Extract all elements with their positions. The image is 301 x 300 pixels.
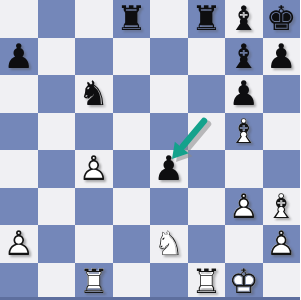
square-f4[interactable] — [188, 150, 226, 188]
piece-black-pawn[interactable]: ♟ — [263, 38, 301, 76]
chess-board: ♜♜♝♚♟♝♟♞♟♝♗♟♙♟♟♙♝♗♟♙♞♘♟♙♜♖♜♖♚♔ — [0, 0, 300, 300]
piece-glyph-fill: ♞ — [75, 75, 113, 113]
piece-glyph-fill: ♟ — [0, 38, 38, 76]
square-c1[interactable]: ♜♖ — [75, 263, 113, 300]
square-d4[interactable] — [113, 150, 151, 188]
square-h2[interactable]: ♟♙ — [263, 225, 301, 263]
square-h8[interactable]: ♚ — [263, 0, 301, 38]
square-g5[interactable]: ♝♗ — [225, 113, 263, 151]
square-g4[interactable] — [225, 150, 263, 188]
piece-glyph-outline: ♙ — [225, 188, 263, 226]
square-d2[interactable] — [113, 225, 151, 263]
piece-glyph-fill: ♜ — [188, 0, 226, 38]
square-b4[interactable] — [38, 150, 76, 188]
piece-glyph-fill: ♜ — [113, 0, 151, 38]
square-d8[interactable]: ♜ — [113, 0, 151, 38]
square-a6[interactable] — [0, 75, 38, 113]
square-a7[interactable]: ♟ — [0, 38, 38, 76]
square-b3[interactable] — [38, 188, 76, 226]
square-g6[interactable]: ♟ — [225, 75, 263, 113]
square-d3[interactable] — [113, 188, 151, 226]
square-b8[interactable] — [38, 0, 76, 38]
piece-white-pawn[interactable]: ♟♙ — [0, 225, 38, 263]
square-c6[interactable]: ♞ — [75, 75, 113, 113]
piece-glyph-fill: ♟ — [263, 38, 301, 76]
board-squares: ♜♜♝♚♟♝♟♞♟♝♗♟♙♟♟♙♝♗♟♙♞♘♟♙♜♖♜♖♚♔ — [0, 0, 300, 300]
square-d1[interactable] — [113, 263, 151, 300]
piece-glyph-outline: ♖ — [188, 263, 226, 300]
square-g8[interactable]: ♝ — [225, 0, 263, 38]
square-h3[interactable]: ♝♗ — [263, 188, 301, 226]
square-h6[interactable] — [263, 75, 301, 113]
square-e7[interactable] — [150, 38, 188, 76]
piece-black-rook[interactable]: ♜ — [113, 0, 151, 38]
square-h7[interactable]: ♟ — [263, 38, 301, 76]
piece-white-bishop[interactable]: ♝♗ — [225, 113, 263, 151]
square-b6[interactable] — [38, 75, 76, 113]
piece-black-pawn[interactable]: ♟ — [225, 75, 263, 113]
piece-white-king[interactable]: ♚♔ — [225, 263, 263, 300]
piece-black-pawn[interactable]: ♟ — [0, 38, 38, 76]
piece-glyph-fill: ♟ — [150, 150, 188, 188]
piece-glyph-outline: ♗ — [263, 188, 301, 226]
square-f3[interactable] — [188, 188, 226, 226]
square-f1[interactable]: ♜♖ — [188, 263, 226, 300]
square-c4[interactable]: ♟♙ — [75, 150, 113, 188]
piece-glyph-outline: ♙ — [75, 150, 113, 188]
piece-white-pawn[interactable]: ♟♙ — [75, 150, 113, 188]
square-g1[interactable]: ♚♔ — [225, 263, 263, 300]
piece-glyph-fill: ♝ — [225, 38, 263, 76]
square-f5[interactable] — [188, 113, 226, 151]
square-a2[interactable]: ♟♙ — [0, 225, 38, 263]
piece-glyph-outline: ♙ — [0, 225, 38, 263]
square-e4[interactable]: ♟ — [150, 150, 188, 188]
piece-white-pawn[interactable]: ♟♙ — [225, 188, 263, 226]
square-b5[interactable] — [38, 113, 76, 151]
square-e3[interactable] — [150, 188, 188, 226]
piece-white-bishop[interactable]: ♝♗ — [263, 188, 301, 226]
square-b7[interactable] — [38, 38, 76, 76]
square-h1[interactable] — [263, 263, 301, 300]
square-d5[interactable] — [113, 113, 151, 151]
piece-black-king[interactable]: ♚ — [263, 0, 301, 38]
piece-white-rook[interactable]: ♜♖ — [75, 263, 113, 300]
piece-black-rook[interactable]: ♜ — [188, 0, 226, 38]
piece-glyph-fill: ♟ — [225, 75, 263, 113]
square-a3[interactable] — [0, 188, 38, 226]
piece-glyph-fill: ♚ — [263, 0, 301, 38]
square-e1[interactable] — [150, 263, 188, 300]
square-c3[interactable] — [75, 188, 113, 226]
piece-glyph-outline: ♔ — [225, 263, 263, 300]
piece-black-pawn[interactable]: ♟ — [150, 150, 188, 188]
square-e2[interactable]: ♞♘ — [150, 225, 188, 263]
piece-glyph-outline: ♗ — [225, 113, 263, 151]
square-h5[interactable] — [263, 113, 301, 151]
square-c5[interactable] — [75, 113, 113, 151]
square-c2[interactable] — [75, 225, 113, 263]
square-a8[interactable] — [0, 0, 38, 38]
square-f2[interactable] — [188, 225, 226, 263]
piece-glyph-outline: ♘ — [150, 225, 188, 263]
square-g2[interactable] — [225, 225, 263, 263]
square-a5[interactable] — [0, 113, 38, 151]
piece-black-bishop[interactable]: ♝ — [225, 0, 263, 38]
piece-white-knight[interactable]: ♞♘ — [150, 225, 188, 263]
square-a4[interactable] — [0, 150, 38, 188]
square-g3[interactable]: ♟♙ — [225, 188, 263, 226]
square-b1[interactable] — [38, 263, 76, 300]
square-f6[interactable] — [188, 75, 226, 113]
piece-black-knight[interactable]: ♞ — [75, 75, 113, 113]
square-b2[interactable] — [38, 225, 76, 263]
square-e5[interactable] — [150, 113, 188, 151]
piece-black-bishop[interactable]: ♝ — [225, 38, 263, 76]
square-c8[interactable] — [75, 0, 113, 38]
piece-glyph-fill: ♝ — [225, 0, 263, 38]
square-d7[interactable] — [113, 38, 151, 76]
piece-white-rook[interactable]: ♜♖ — [188, 263, 226, 300]
square-a1[interactable] — [0, 263, 38, 300]
square-e8[interactable] — [150, 0, 188, 38]
square-f8[interactable]: ♜ — [188, 0, 226, 38]
square-c7[interactable] — [75, 38, 113, 76]
square-e6[interactable] — [150, 75, 188, 113]
piece-glyph-outline: ♖ — [75, 263, 113, 300]
piece-white-pawn[interactable]: ♟♙ — [263, 225, 301, 263]
piece-glyph-outline: ♙ — [263, 225, 301, 263]
square-d6[interactable] — [113, 75, 151, 113]
square-g7[interactable]: ♝ — [225, 38, 263, 76]
square-h4[interactable] — [263, 150, 301, 188]
square-f7[interactable] — [188, 38, 226, 76]
